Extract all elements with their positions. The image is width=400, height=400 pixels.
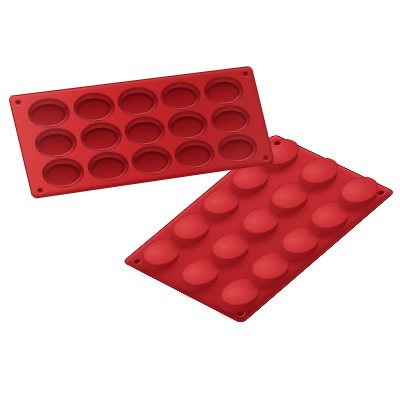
round-cavity: [208, 103, 253, 136]
cavity-floor: [126, 120, 163, 145]
cavity-floor: [133, 149, 170, 174]
cavity-floor: [43, 161, 82, 187]
round-cavity: [122, 114, 168, 148]
round-cavity: [129, 143, 175, 177]
cavity-floor: [162, 86, 199, 111]
cavity-floor: [119, 91, 156, 116]
round-cavity: [84, 149, 131, 183]
round-cavity: [25, 96, 73, 130]
round-cavity: [39, 155, 87, 190]
cavity-floor: [81, 126, 119, 151]
corner-hole: [242, 71, 248, 76]
cavity-floor: [88, 155, 126, 181]
corner-hole: [15, 99, 22, 105]
round-cavity: [32, 125, 80, 159]
round-cavity: [215, 131, 260, 164]
corner-hole: [263, 155, 269, 160]
cavity-floor: [176, 143, 213, 168]
product-photo-canvas: [0, 0, 400, 400]
cavity-floor: [36, 132, 75, 158]
corner-hole: [37, 187, 44, 193]
round-cavity: [70, 90, 117, 124]
cavity-floor: [29, 102, 68, 128]
cavity-floor: [74, 97, 112, 122]
cavity-floor: [169, 114, 206, 139]
cup-top-face: [293, 153, 346, 188]
cavity-floor: [205, 80, 241, 104]
cup-top-face: [332, 172, 385, 207]
cavity-floor: [219, 137, 255, 162]
cavity-floor: [212, 109, 248, 134]
round-cavity: [77, 120, 124, 154]
round-cavity: [158, 80, 204, 113]
round-cavity: [201, 74, 246, 107]
round-cavity: [165, 108, 211, 141]
round-cavity: [172, 137, 218, 171]
round-cavity: [115, 85, 161, 118]
